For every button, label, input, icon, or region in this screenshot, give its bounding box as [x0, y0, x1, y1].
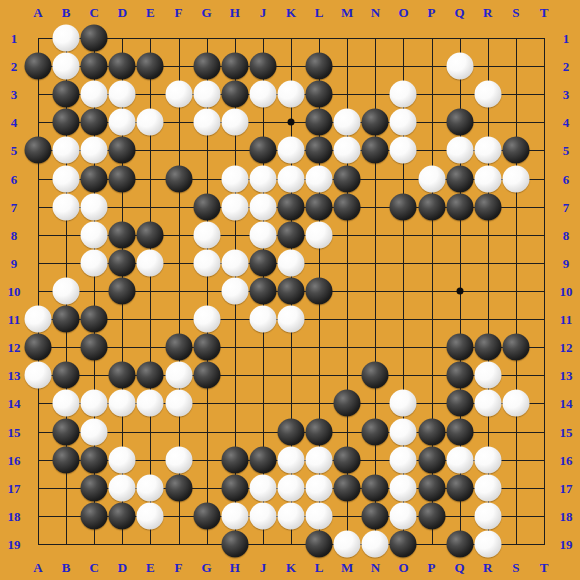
black-stone-Q19 [446, 531, 473, 558]
white-stone-G3 [193, 81, 220, 108]
black-stone-C6 [81, 165, 108, 192]
white-stone-E17 [137, 474, 164, 501]
white-stone-J3 [249, 81, 276, 108]
black-stone-N13 [362, 362, 389, 389]
white-stone-G8 [193, 221, 220, 248]
white-stone-M19 [334, 531, 361, 558]
white-stone-H10 [221, 278, 248, 305]
row-label-left-4: 4 [11, 116, 18, 129]
black-stone-L2 [306, 53, 333, 80]
black-stone-G18 [193, 502, 220, 529]
black-stone-J16 [249, 446, 276, 473]
white-stone-E14 [137, 390, 164, 417]
black-stone-B13 [53, 362, 80, 389]
white-stone-R5 [474, 137, 501, 164]
column-label-bottom-T: T [540, 561, 549, 574]
white-stone-J17 [249, 474, 276, 501]
white-stone-R18 [474, 502, 501, 529]
white-stone-R3 [474, 81, 501, 108]
column-label-bottom-D: D [118, 561, 127, 574]
white-stone-C9 [81, 249, 108, 276]
black-stone-C4 [81, 109, 108, 136]
column-label-bottom-Q: Q [455, 561, 465, 574]
white-stone-R16 [474, 446, 501, 473]
column-label-bottom-P: P [428, 561, 436, 574]
black-stone-C2 [81, 53, 108, 80]
black-stone-B11 [53, 306, 80, 333]
black-stone-H19 [221, 531, 248, 558]
white-stone-R14 [474, 390, 501, 417]
white-stone-K17 [278, 474, 305, 501]
white-stone-F3 [165, 81, 192, 108]
black-stone-B16 [53, 446, 80, 473]
white-stone-E18 [137, 502, 164, 529]
black-stone-A5 [25, 137, 52, 164]
column-label-bottom-L: L [315, 561, 324, 574]
white-stone-B14 [53, 390, 80, 417]
white-stone-F16 [165, 446, 192, 473]
black-stone-R12 [474, 334, 501, 361]
grid-line [516, 38, 517, 545]
white-stone-S6 [502, 165, 529, 192]
black-stone-M16 [334, 446, 361, 473]
black-stone-G12 [193, 334, 220, 361]
black-stone-R7 [474, 193, 501, 220]
black-stone-F17 [165, 474, 192, 501]
black-stone-C17 [81, 474, 108, 501]
star-point [456, 288, 463, 295]
black-stone-M17 [334, 474, 361, 501]
column-label-bottom-G: G [202, 561, 212, 574]
white-stone-O3 [390, 81, 417, 108]
white-stone-B10 [53, 278, 80, 305]
white-stone-C8 [81, 221, 108, 248]
white-stone-K11 [278, 306, 305, 333]
column-label-top-H: H [230, 6, 240, 19]
black-stone-G13 [193, 362, 220, 389]
row-label-right-4: 4 [563, 116, 570, 129]
black-stone-F12 [165, 334, 192, 361]
black-stone-P17 [418, 474, 445, 501]
black-stone-J9 [249, 249, 276, 276]
row-label-right-7: 7 [563, 200, 570, 213]
black-stone-E2 [137, 53, 164, 80]
black-stone-J10 [249, 278, 276, 305]
white-stone-C3 [81, 81, 108, 108]
column-label-top-P: P [428, 6, 436, 19]
white-stone-H4 [221, 109, 248, 136]
row-label-right-11: 11 [560, 313, 572, 326]
white-stone-L8 [306, 221, 333, 248]
column-label-bottom-F: F [175, 561, 183, 574]
black-stone-B4 [53, 109, 80, 136]
white-stone-K5 [278, 137, 305, 164]
black-stone-B15 [53, 418, 80, 445]
column-label-top-N: N [371, 6, 380, 19]
white-stone-R17 [474, 474, 501, 501]
white-stone-J6 [249, 165, 276, 192]
black-stone-K8 [278, 221, 305, 248]
black-stone-C1 [81, 25, 108, 52]
column-label-bottom-N: N [371, 561, 380, 574]
column-label-bottom-J: J [260, 561, 267, 574]
white-stone-A11 [25, 306, 52, 333]
column-label-top-R: R [483, 6, 492, 19]
column-label-top-M: M [341, 6, 353, 19]
white-stone-Q16 [446, 446, 473, 473]
black-stone-K7 [278, 193, 305, 220]
white-stone-O18 [390, 502, 417, 529]
black-stone-H2 [221, 53, 248, 80]
row-label-right-13: 13 [560, 369, 573, 382]
black-stone-D5 [109, 137, 136, 164]
black-stone-C16 [81, 446, 108, 473]
column-label-top-C: C [90, 6, 99, 19]
black-stone-P15 [418, 418, 445, 445]
black-stone-H17 [221, 474, 248, 501]
black-stone-Q14 [446, 390, 473, 417]
column-label-bottom-O: O [398, 561, 408, 574]
black-stone-Q4 [446, 109, 473, 136]
row-label-right-2: 2 [563, 60, 570, 73]
white-stone-K3 [278, 81, 305, 108]
black-stone-Q13 [446, 362, 473, 389]
white-stone-D14 [109, 390, 136, 417]
row-label-left-18: 18 [8, 509, 21, 522]
white-stone-O14 [390, 390, 417, 417]
white-stone-J18 [249, 502, 276, 529]
white-stone-O5 [390, 137, 417, 164]
row-label-right-18: 18 [560, 509, 573, 522]
row-label-left-9: 9 [11, 256, 18, 269]
black-stone-B3 [53, 81, 80, 108]
white-stone-B5 [53, 137, 80, 164]
white-stone-F13 [165, 362, 192, 389]
white-stone-M4 [334, 109, 361, 136]
row-label-left-1: 1 [11, 32, 18, 45]
black-stone-D18 [109, 502, 136, 529]
row-label-left-15: 15 [8, 425, 21, 438]
column-label-top-Q: Q [455, 6, 465, 19]
black-stone-M6 [334, 165, 361, 192]
row-label-left-7: 7 [11, 200, 18, 213]
black-stone-J5 [249, 137, 276, 164]
white-stone-L18 [306, 502, 333, 529]
black-stone-H16 [221, 446, 248, 473]
black-stone-D9 [109, 249, 136, 276]
white-stone-K16 [278, 446, 305, 473]
row-label-left-3: 3 [11, 88, 18, 101]
row-label-left-12: 12 [8, 341, 21, 354]
black-stone-N4 [362, 109, 389, 136]
white-stone-B6 [53, 165, 80, 192]
black-stone-K15 [278, 418, 305, 445]
row-label-right-9: 9 [563, 256, 570, 269]
black-stone-Q12 [446, 334, 473, 361]
black-stone-O19 [390, 531, 417, 558]
black-stone-L7 [306, 193, 333, 220]
black-stone-P16 [418, 446, 445, 473]
row-label-left-5: 5 [11, 144, 18, 157]
white-stone-O16 [390, 446, 417, 473]
column-label-top-F: F [175, 6, 183, 19]
black-stone-D13 [109, 362, 136, 389]
white-stone-P6 [418, 165, 445, 192]
white-stone-K6 [278, 165, 305, 192]
black-stone-S5 [502, 137, 529, 164]
white-stone-F14 [165, 390, 192, 417]
row-label-right-1: 1 [563, 32, 570, 45]
column-label-top-T: T [540, 6, 549, 19]
black-stone-Q7 [446, 193, 473, 220]
white-stone-D17 [109, 474, 136, 501]
column-label-top-A: A [33, 6, 42, 19]
black-stone-A12 [25, 334, 52, 361]
black-stone-N5 [362, 137, 389, 164]
row-label-left-14: 14 [8, 397, 21, 410]
black-stone-E8 [137, 221, 164, 248]
white-stone-D16 [109, 446, 136, 473]
white-stone-C14 [81, 390, 108, 417]
row-label-left-8: 8 [11, 228, 18, 241]
column-label-top-S: S [512, 6, 519, 19]
white-stone-A13 [25, 362, 52, 389]
white-stone-E4 [137, 109, 164, 136]
column-label-bottom-M: M [341, 561, 353, 574]
column-label-top-L: L [315, 6, 324, 19]
black-stone-D6 [109, 165, 136, 192]
white-stone-B1 [53, 25, 80, 52]
white-stone-C15 [81, 418, 108, 445]
column-label-top-B: B [62, 6, 71, 19]
black-stone-N17 [362, 474, 389, 501]
white-stone-D3 [109, 81, 136, 108]
black-stone-S12 [502, 334, 529, 361]
star-point [288, 119, 295, 126]
white-stone-N19 [362, 531, 389, 558]
white-stone-G11 [193, 306, 220, 333]
white-stone-L6 [306, 165, 333, 192]
column-label-bottom-A: A [33, 561, 42, 574]
white-stone-H18 [221, 502, 248, 529]
black-stone-K10 [278, 278, 305, 305]
grid-line [544, 38, 545, 545]
row-label-right-5: 5 [563, 144, 570, 157]
white-stone-G4 [193, 109, 220, 136]
row-label-left-2: 2 [11, 60, 18, 73]
white-stone-H7 [221, 193, 248, 220]
column-label-top-O: O [398, 6, 408, 19]
black-stone-H3 [221, 81, 248, 108]
row-label-left-13: 13 [8, 369, 21, 382]
column-label-bottom-S: S [512, 561, 519, 574]
black-stone-L19 [306, 531, 333, 558]
white-stone-R13 [474, 362, 501, 389]
column-label-bottom-K: K [286, 561, 296, 574]
row-label-right-17: 17 [560, 481, 573, 494]
row-label-left-11: 11 [8, 313, 20, 326]
row-label-left-6: 6 [11, 172, 18, 185]
go-board[interactable]: AABBCCDDEEFFGGHHJJKKLLMMNNOOPPQQRRSSTT11… [0, 0, 580, 580]
row-label-right-15: 15 [560, 425, 573, 438]
column-label-top-D: D [118, 6, 127, 19]
black-stone-L10 [306, 278, 333, 305]
black-stone-C12 [81, 334, 108, 361]
black-stone-G2 [193, 53, 220, 80]
column-label-top-K: K [286, 6, 296, 19]
black-stone-C11 [81, 306, 108, 333]
white-stone-H6 [221, 165, 248, 192]
black-stone-N15 [362, 418, 389, 445]
white-stone-K9 [278, 249, 305, 276]
row-label-left-16: 16 [8, 453, 21, 466]
row-label-left-17: 17 [8, 481, 21, 494]
black-stone-M14 [334, 390, 361, 417]
white-stone-J11 [249, 306, 276, 333]
white-stone-B7 [53, 193, 80, 220]
white-stone-K18 [278, 502, 305, 529]
column-label-bottom-E: E [146, 561, 155, 574]
column-label-bottom-C: C [90, 561, 99, 574]
white-stone-G9 [193, 249, 220, 276]
black-stone-P18 [418, 502, 445, 529]
white-stone-Q2 [446, 53, 473, 80]
row-label-right-8: 8 [563, 228, 570, 241]
black-stone-D2 [109, 53, 136, 80]
black-stone-D8 [109, 221, 136, 248]
white-stone-O15 [390, 418, 417, 445]
white-stone-H9 [221, 249, 248, 276]
row-label-right-12: 12 [560, 341, 573, 354]
white-stone-D4 [109, 109, 136, 136]
black-stone-L5 [306, 137, 333, 164]
row-label-right-16: 16 [560, 453, 573, 466]
white-stone-L17 [306, 474, 333, 501]
column-label-top-G: G [202, 6, 212, 19]
white-stone-J7 [249, 193, 276, 220]
row-label-right-19: 19 [560, 538, 573, 551]
black-stone-E13 [137, 362, 164, 389]
row-label-right-3: 3 [563, 88, 570, 101]
black-stone-P7 [418, 193, 445, 220]
black-stone-C18 [81, 502, 108, 529]
row-label-right-14: 14 [560, 397, 573, 410]
black-stone-L15 [306, 418, 333, 445]
white-stone-J8 [249, 221, 276, 248]
white-stone-Q5 [446, 137, 473, 164]
column-label-top-J: J [260, 6, 267, 19]
black-stone-Q6 [446, 165, 473, 192]
column-label-bottom-H: H [230, 561, 240, 574]
row-label-right-6: 6 [563, 172, 570, 185]
black-stone-O7 [390, 193, 417, 220]
white-stone-R19 [474, 531, 501, 558]
black-stone-L3 [306, 81, 333, 108]
white-stone-B2 [53, 53, 80, 80]
black-stone-A2 [25, 53, 52, 80]
black-stone-F6 [165, 165, 192, 192]
black-stone-D10 [109, 278, 136, 305]
black-stone-M7 [334, 193, 361, 220]
white-stone-M5 [334, 137, 361, 164]
white-stone-S14 [502, 390, 529, 417]
row-label-right-10: 10 [560, 285, 573, 298]
black-stone-J2 [249, 53, 276, 80]
column-label-bottom-B: B [62, 561, 71, 574]
white-stone-E9 [137, 249, 164, 276]
white-stone-C5 [81, 137, 108, 164]
column-label-bottom-R: R [483, 561, 492, 574]
black-stone-N18 [362, 502, 389, 529]
black-stone-G7 [193, 193, 220, 220]
black-stone-L4 [306, 109, 333, 136]
column-label-top-E: E [146, 6, 155, 19]
black-stone-Q17 [446, 474, 473, 501]
white-stone-O17 [390, 474, 417, 501]
white-stone-O4 [390, 109, 417, 136]
white-stone-R6 [474, 165, 501, 192]
white-stone-L16 [306, 446, 333, 473]
white-stone-C7 [81, 193, 108, 220]
row-label-left-19: 19 [8, 538, 21, 551]
row-label-left-10: 10 [8, 285, 21, 298]
black-stone-Q15 [446, 418, 473, 445]
